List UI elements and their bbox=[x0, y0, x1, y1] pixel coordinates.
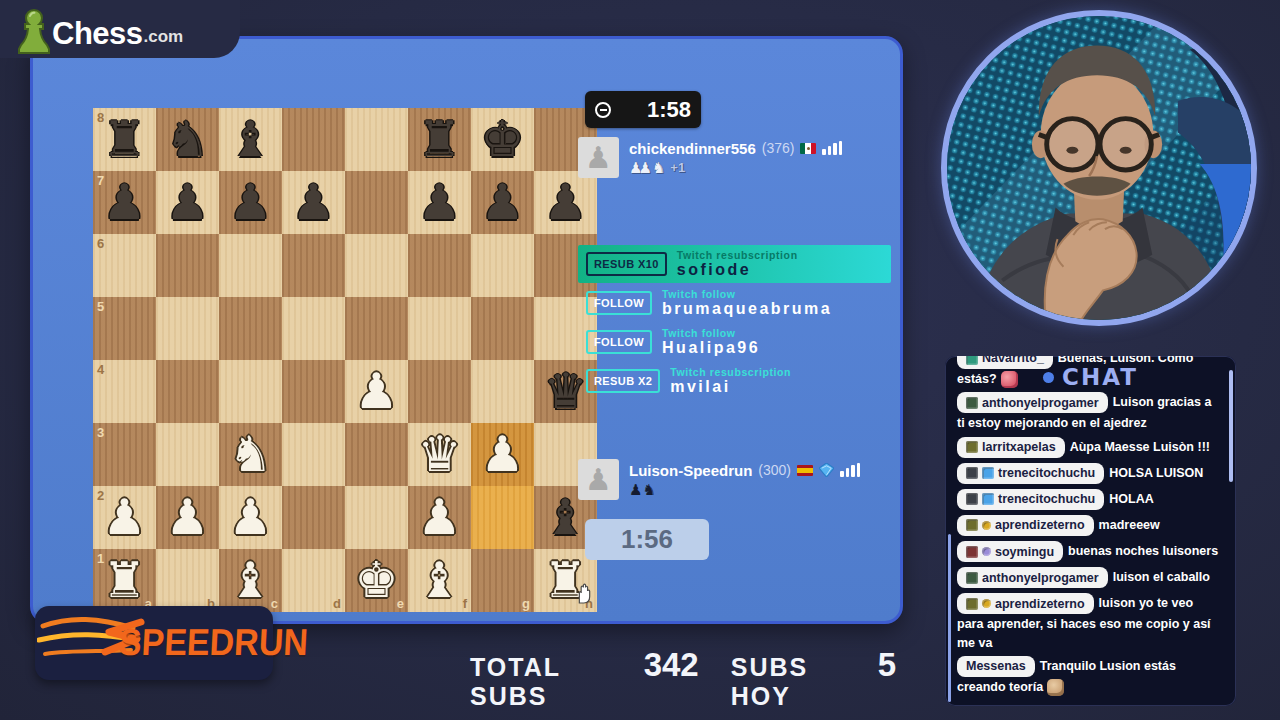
chat-username[interactable]: Navarrito_ bbox=[957, 356, 1053, 369]
stream-overlay: 8♜♞♝♜♚7♟♟♟♟♟♟♟654♟♛3♞♛♟2♟♟♟♟♝1a♜bc♝de♚f♝… bbox=[0, 0, 1280, 720]
chat-badge-dark-icon bbox=[966, 493, 978, 505]
clock-icon bbox=[595, 102, 611, 118]
black-pawn: ♟ bbox=[292, 171, 336, 234]
rank-label: 2 bbox=[97, 488, 104, 503]
white-pawn: ♟ bbox=[103, 486, 147, 549]
chat-text: Aùpa Maesse Luisòn !!! bbox=[1070, 439, 1210, 453]
square-b6[interactable] bbox=[156, 234, 219, 297]
rank-label: 7 bbox=[97, 173, 104, 188]
chat-message: anthonyelprogamerluison el caballo bbox=[957, 566, 1220, 589]
notification-badge: FOLLOW bbox=[586, 291, 652, 315]
chat-messages: ne funden jajalukyrauy sacrifica en f6 c… bbox=[957, 356, 1220, 696]
notification-row: RESUB X10Twitch resubscriptionsofiode bbox=[578, 245, 891, 283]
square-e8[interactable] bbox=[345, 108, 408, 171]
square-f6[interactable] bbox=[408, 234, 471, 297]
notification-type: Twitch follow bbox=[662, 327, 760, 339]
square-f8[interactable]: ♜ bbox=[408, 108, 471, 171]
square-a6[interactable]: 6 bbox=[93, 234, 156, 297]
chat-message: anthonyelprogamerLuison gracias a ti est… bbox=[957, 391, 1220, 432]
white-pawn: ♟ bbox=[166, 486, 210, 549]
square-c5[interactable] bbox=[219, 297, 282, 360]
square-h7[interactable]: ♟ bbox=[534, 171, 597, 234]
square-d2[interactable] bbox=[282, 486, 345, 549]
notification-row: RESUB X2Twitch resubscriptionmvilai bbox=[578, 362, 891, 400]
chat-badge-olive-icon bbox=[966, 441, 978, 453]
white-bishop: ♝ bbox=[418, 549, 462, 612]
chat-panel: CHAT ne funden jajalukyrauy sacrifica en… bbox=[945, 356, 1236, 706]
rank-label: 5 bbox=[97, 299, 104, 314]
chat-scrollbar-left[interactable] bbox=[948, 534, 951, 702]
connection-bars-icon bbox=[822, 141, 842, 155]
chat-badge-gold-icon bbox=[982, 521, 991, 530]
logo-suffix: .com bbox=[144, 20, 184, 54]
connection-bars-icon bbox=[840, 463, 860, 477]
notification-user: Hualipa96 bbox=[662, 339, 760, 357]
chat-username[interactable]: soymingu bbox=[957, 541, 1063, 562]
black-king: ♚ bbox=[481, 108, 525, 171]
player-bottom-captured: ♟♞ bbox=[629, 482, 860, 498]
chat-message: aprendizeternoluison yo te veo para apre… bbox=[957, 592, 1220, 651]
black-pawn: ♟ bbox=[166, 171, 210, 234]
square-c8[interactable]: ♝ bbox=[219, 108, 282, 171]
player-bottom-avatar: ♟ bbox=[578, 459, 619, 500]
pink-creature-emote bbox=[1001, 371, 1018, 388]
file-label: e bbox=[397, 596, 404, 611]
file-label: d bbox=[333, 596, 341, 611]
chat-message: larritxapelasAùpa Maesse Luisòn !!! bbox=[957, 436, 1220, 459]
chat-badge-dark-icon bbox=[966, 467, 978, 479]
logo-text: Chess bbox=[52, 14, 143, 54]
white-king: ♚ bbox=[355, 549, 399, 612]
square-b1[interactable]: b bbox=[156, 549, 219, 612]
notification-badge: RESUB X2 bbox=[586, 369, 660, 393]
chat-text: luison el caballo bbox=[1113, 570, 1210, 584]
black-pawn: ♟ bbox=[544, 171, 588, 234]
square-e7[interactable] bbox=[345, 171, 408, 234]
white-pawn: ♟ bbox=[418, 486, 462, 549]
thinking-emote bbox=[1047, 679, 1064, 696]
chat-text: buenas noches luisoners bbox=[1068, 544, 1218, 558]
speedrun-label: SPEEDRUN bbox=[118, 621, 309, 664]
white-bishop: ♝ bbox=[229, 549, 273, 612]
square-f7[interactable]: ♟ bbox=[408, 171, 471, 234]
square-g4[interactable] bbox=[471, 360, 534, 423]
square-g5[interactable] bbox=[471, 297, 534, 360]
black-knight: ♞ bbox=[166, 108, 210, 171]
black-pawn: ♟ bbox=[229, 171, 273, 234]
material-advantage: +1 bbox=[670, 160, 685, 175]
square-a1[interactable]: 1a♜ bbox=[93, 549, 156, 612]
webcam bbox=[941, 10, 1257, 326]
chat-username[interactable]: aprendizeterno bbox=[957, 593, 1094, 614]
notification-type: Twitch follow bbox=[662, 288, 832, 300]
square-a7[interactable]: 7♟ bbox=[93, 171, 156, 234]
rank-label: 8 bbox=[97, 110, 104, 125]
square-a4[interactable]: 4 bbox=[93, 360, 156, 423]
square-b2[interactable]: ♟ bbox=[156, 486, 219, 549]
chat-text: HOLAA bbox=[1109, 492, 1153, 506]
total-subs-value: 342 bbox=[644, 646, 699, 684]
subs-hoy-label: SUBS HOY bbox=[731, 653, 860, 711]
chesscom-logo[interactable]: Chess .com bbox=[16, 8, 183, 54]
webcam-portrait bbox=[947, 16, 1251, 320]
square-a8[interactable]: 8♜ bbox=[93, 108, 156, 171]
square-c7[interactable]: ♟ bbox=[219, 171, 282, 234]
chat-username[interactable]: larritxapelas bbox=[957, 437, 1065, 458]
diamond-icon bbox=[819, 463, 834, 477]
chat-message: Navarrito_Buenas, Luisón. Cómo estás? bbox=[957, 356, 1220, 388]
notification-badge: RESUB X10 bbox=[586, 252, 667, 276]
black-clock-time: 1:58 bbox=[647, 97, 691, 123]
square-d1[interactable]: d bbox=[282, 549, 345, 612]
captured-pieces-icons: ♟♞ bbox=[629, 481, 656, 499]
chess-board[interactable]: 8♜♞♝♜♚7♟♟♟♟♟♟♟654♟♛3♞♛♟2♟♟♟♟♝1a♜bc♝de♚f♝… bbox=[93, 108, 597, 612]
rank-label: 3 bbox=[97, 425, 104, 440]
chat-badge-blue-icon bbox=[982, 493, 994, 505]
player-bottom-name[interactable]: Luison-Speedrun bbox=[629, 462, 752, 479]
player-bottom: ♟ Luison-Speedrun (300) ♟♞ bbox=[578, 459, 898, 500]
chat-badge-darkgreen-icon bbox=[966, 397, 978, 409]
square-a3[interactable]: 3 bbox=[93, 423, 156, 486]
chat-username[interactable]: anthonyelprogamer bbox=[957, 392, 1108, 413]
chat-badge-olive-icon bbox=[966, 519, 978, 531]
chat-username[interactable]: aprendizeterno bbox=[957, 515, 1094, 536]
square-e1[interactable]: e♚ bbox=[345, 549, 408, 612]
rank-label: 4 bbox=[97, 362, 104, 377]
speedrun-logo: SPEEDRUN bbox=[35, 606, 273, 680]
notification-type: Twitch resubscription bbox=[677, 249, 798, 261]
square-g8[interactable]: ♚ bbox=[471, 108, 534, 171]
square-f2[interactable]: ♟ bbox=[408, 486, 471, 549]
chat-badge-darkgreen-icon bbox=[966, 572, 978, 584]
hand-cursor-icon bbox=[572, 580, 594, 604]
white-clock-time: 1:56 bbox=[621, 524, 673, 555]
chat-badge-teal-icon bbox=[966, 356, 978, 365]
chat-message: aprendizeternomadreeew bbox=[957, 514, 1220, 537]
square-d8[interactable] bbox=[282, 108, 345, 171]
square-d7[interactable]: ♟ bbox=[282, 171, 345, 234]
white-clock: 1:56 bbox=[585, 519, 709, 560]
square-c6[interactable] bbox=[219, 234, 282, 297]
chat-message: soymingubuenas noches luisoners bbox=[957, 540, 1220, 563]
notification-user: mvilai bbox=[670, 378, 791, 396]
square-f3[interactable]: ♛ bbox=[408, 423, 471, 486]
square-g7[interactable]: ♟ bbox=[471, 171, 534, 234]
file-label: f bbox=[463, 596, 467, 611]
notification-row: FOLLOWTwitch followHualipa96 bbox=[578, 323, 891, 361]
square-c1[interactable]: c♝ bbox=[219, 549, 282, 612]
chat-message: MessenasTranquilo Lusion estás creando t… bbox=[957, 655, 1220, 696]
square-e4[interactable]: ♟ bbox=[345, 360, 408, 423]
rank-label: 6 bbox=[97, 236, 104, 251]
square-c3[interactable]: ♞ bbox=[219, 423, 282, 486]
player-bottom-rating: (300) bbox=[758, 462, 791, 478]
square-g1[interactable]: g bbox=[471, 549, 534, 612]
square-b8[interactable]: ♞ bbox=[156, 108, 219, 171]
chat-badge-olive-icon bbox=[966, 598, 978, 610]
rank-label: 1 bbox=[97, 551, 104, 566]
main-panel: 8♜♞♝♜♚7♟♟♟♟♟♟♟654♟♛3♞♛♟2♟♟♟♟♝1a♜bc♝de♚f♝… bbox=[30, 36, 903, 624]
black-rook: ♜ bbox=[418, 108, 462, 171]
pawn-avatar-icon: ♟ bbox=[585, 137, 612, 178]
square-g6[interactable] bbox=[471, 234, 534, 297]
square-a2[interactable]: 2♟ bbox=[93, 486, 156, 549]
square-b5[interactable] bbox=[156, 297, 219, 360]
black-pawn: ♟ bbox=[481, 171, 525, 234]
square-f4[interactable] bbox=[408, 360, 471, 423]
file-label: c bbox=[271, 596, 278, 611]
chat-message: trenecitochuchuHOLSA LUISON bbox=[957, 462, 1220, 485]
player-top-captured: ♟♟♞ +1 bbox=[629, 160, 842, 176]
square-e3[interactable] bbox=[345, 423, 408, 486]
pawn-avatar-icon: ♟ bbox=[585, 459, 612, 500]
chat-text: madreeew bbox=[1099, 518, 1160, 532]
square-c2[interactable]: ♟ bbox=[219, 486, 282, 549]
notifications: RESUB X10Twitch resubscriptionsofiodeFOL… bbox=[578, 245, 891, 401]
square-b4[interactable] bbox=[156, 360, 219, 423]
player-top: ♟ chickendinner556 (376) ♟♟♞ +1 bbox=[578, 137, 898, 178]
square-d3[interactable] bbox=[282, 423, 345, 486]
total-subs-label: TOTAL SUBS bbox=[470, 653, 626, 711]
player-top-rating: (376) bbox=[762, 140, 795, 156]
file-label: g bbox=[522, 596, 530, 611]
white-queen: ♛ bbox=[418, 423, 462, 486]
stats-bar: TOTAL SUBS 342 SUBS HOY 5 bbox=[470, 646, 910, 711]
white-pawn: ♟ bbox=[355, 360, 399, 423]
black-rook: ♜ bbox=[103, 108, 147, 171]
chat-badge-blue-icon bbox=[982, 467, 994, 479]
captured-pieces-icons: ♟♟♞ bbox=[629, 159, 665, 177]
chesscom-pawn-icon bbox=[16, 8, 52, 54]
black-pawn: ♟ bbox=[418, 171, 462, 234]
chat-username[interactable]: Messenas bbox=[957, 656, 1035, 677]
square-f1[interactable]: f♝ bbox=[408, 549, 471, 612]
chat-username[interactable]: trenecitochuchu bbox=[957, 489, 1104, 510]
square-g3[interactable]: ♟ bbox=[471, 423, 534, 486]
square-e5[interactable] bbox=[345, 297, 408, 360]
chat-text: HOLSA LUISON bbox=[1109, 466, 1203, 480]
square-d4[interactable] bbox=[282, 360, 345, 423]
square-a5[interactable]: 5 bbox=[93, 297, 156, 360]
mexico-flag-icon bbox=[800, 143, 816, 154]
chat-username[interactable]: trenecitochuchu bbox=[957, 463, 1104, 484]
player-top-name[interactable]: chickendinner556 bbox=[629, 140, 756, 157]
square-e6[interactable] bbox=[345, 234, 408, 297]
subs-hoy-value: 5 bbox=[878, 646, 896, 684]
notification-type: Twitch resubscription bbox=[670, 366, 791, 378]
square-g2[interactable] bbox=[471, 486, 534, 549]
chat-message: trenecitochuchuHOLAA bbox=[957, 488, 1220, 511]
spain-flag-icon bbox=[797, 465, 813, 476]
black-pawn: ♟ bbox=[103, 171, 147, 234]
white-pawn: ♟ bbox=[229, 486, 273, 549]
square-d5[interactable] bbox=[282, 297, 345, 360]
square-d6[interactable] bbox=[282, 234, 345, 297]
square-c4[interactable] bbox=[219, 360, 282, 423]
square-f5[interactable] bbox=[408, 297, 471, 360]
notification-user: brumaqueabruma bbox=[662, 300, 832, 318]
chat-scrollbar-right[interactable] bbox=[1229, 370, 1233, 482]
chat-badge-purple-icon bbox=[982, 547, 991, 556]
chat-username[interactable]: anthonyelprogamer bbox=[957, 567, 1108, 588]
white-rook: ♜ bbox=[103, 549, 147, 612]
square-e2[interactable] bbox=[345, 486, 408, 549]
black-clock: 1:58 bbox=[585, 91, 701, 128]
notification-row: FOLLOWTwitch followbrumaqueabruma bbox=[578, 284, 891, 322]
chat-badge-maroon-icon bbox=[966, 546, 978, 558]
black-bishop: ♝ bbox=[229, 108, 273, 171]
player-top-avatar: ♟ bbox=[578, 137, 619, 178]
square-b7[interactable]: ♟ bbox=[156, 171, 219, 234]
white-pawn: ♟ bbox=[481, 423, 525, 486]
notification-user: sofiode bbox=[677, 261, 798, 279]
white-knight: ♞ bbox=[229, 423, 273, 486]
square-b3[interactable] bbox=[156, 423, 219, 486]
chat-badge-gold-icon bbox=[982, 599, 991, 608]
notification-badge: FOLLOW bbox=[586, 330, 652, 354]
